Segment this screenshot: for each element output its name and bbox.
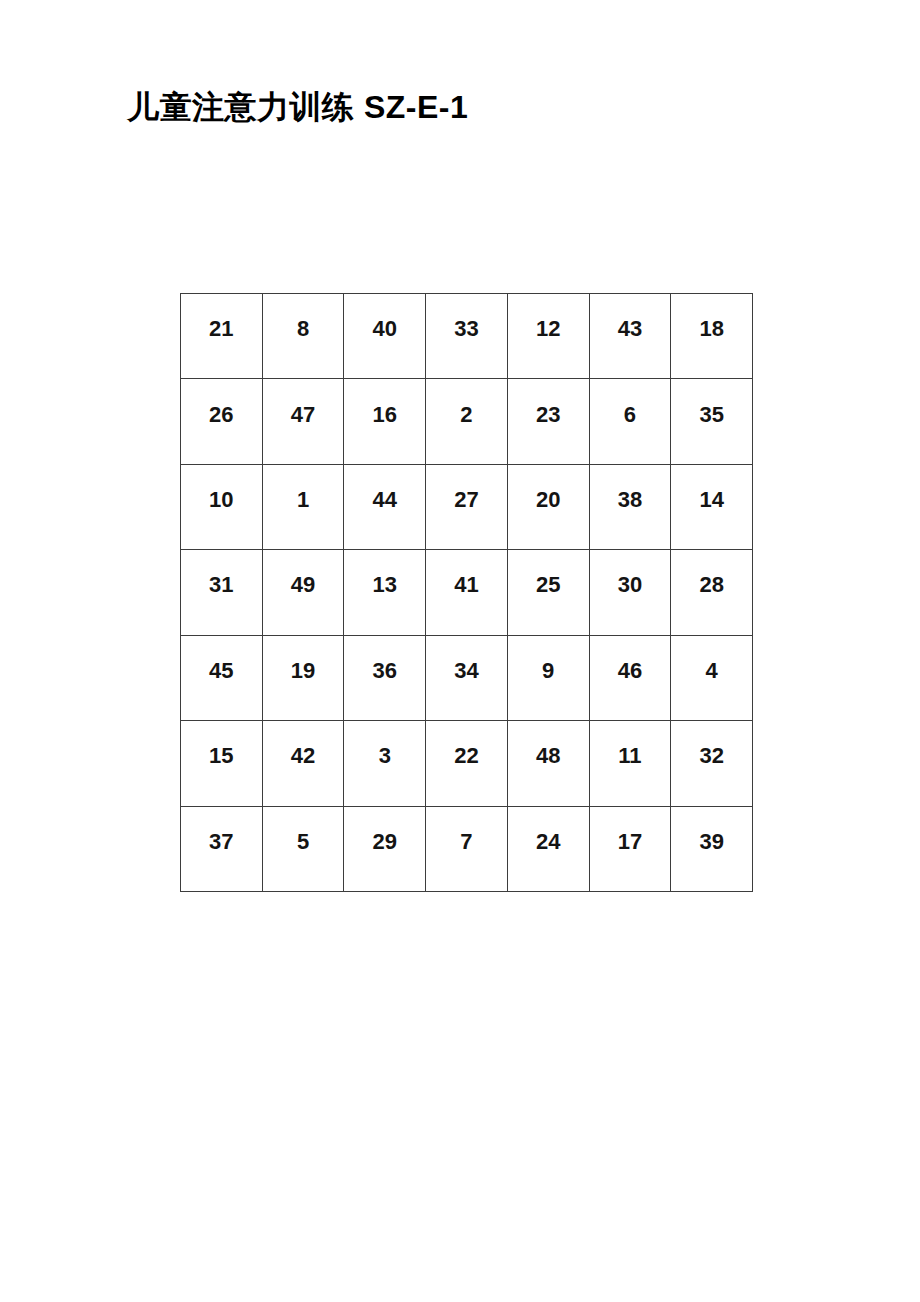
- grid-cell-r2c5: 23: [508, 379, 590, 464]
- grid-cell-r3c6: 38: [590, 465, 672, 550]
- grid-cell-r4c1: 31: [181, 550, 263, 635]
- grid-cell-r3c5: 20: [508, 465, 590, 550]
- grid-cell-r1c5: 12: [508, 294, 590, 379]
- grid-cell-r7c2: 5: [263, 807, 345, 892]
- grid-cell-r6c2: 42: [263, 721, 345, 806]
- grid-cell-r2c2: 47: [263, 379, 345, 464]
- grid-cell-r5c4: 34: [426, 636, 508, 721]
- grid-cell-r1c2: 8: [263, 294, 345, 379]
- grid-cell-r7c5: 24: [508, 807, 590, 892]
- grid-cell-r7c6: 17: [590, 807, 672, 892]
- grid-cell-r5c6: 46: [590, 636, 672, 721]
- grid-cell-r4c6: 30: [590, 550, 672, 635]
- grid-cell-r4c2: 49: [263, 550, 345, 635]
- grid-cell-r2c6: 6: [590, 379, 672, 464]
- grid-cell-r6c6: 11: [590, 721, 672, 806]
- grid-cell-r6c1: 15: [181, 721, 263, 806]
- grid-cell-r7c3: 29: [344, 807, 426, 892]
- grid-cell-r5c1: 45: [181, 636, 263, 721]
- grid-cell-r3c3: 44: [344, 465, 426, 550]
- schulte-grid: 2184033124318264716223635101442720381431…: [180, 293, 753, 892]
- grid-cell-r6c3: 3: [344, 721, 426, 806]
- grid-cell-r7c4: 7: [426, 807, 508, 892]
- grid-cell-r7c1: 37: [181, 807, 263, 892]
- grid-cell-r3c7: 14: [671, 465, 753, 550]
- grid-cell-r2c4: 2: [426, 379, 508, 464]
- grid-cell-r5c7: 4: [671, 636, 753, 721]
- grid-cell-r1c4: 33: [426, 294, 508, 379]
- grid-cell-r1c7: 18: [671, 294, 753, 379]
- grid-cell-r6c5: 48: [508, 721, 590, 806]
- grid-cell-r5c5: 9: [508, 636, 590, 721]
- grid-cell-r3c1: 10: [181, 465, 263, 550]
- grid-cell-r4c7: 28: [671, 550, 753, 635]
- grid-cell-r1c6: 43: [590, 294, 672, 379]
- grid-cell-r4c5: 25: [508, 550, 590, 635]
- grid-cell-r2c7: 35: [671, 379, 753, 464]
- grid-cell-r3c2: 1: [263, 465, 345, 550]
- grid-cell-r2c1: 26: [181, 379, 263, 464]
- grid-cell-r1c1: 21: [181, 294, 263, 379]
- grid-cell-r2c3: 16: [344, 379, 426, 464]
- grid-cell-r5c2: 19: [263, 636, 345, 721]
- grid-cell-r5c3: 36: [344, 636, 426, 721]
- grid-cell-r4c4: 41: [426, 550, 508, 635]
- grid-cell-r4c3: 13: [344, 550, 426, 635]
- grid-cell-r1c3: 40: [344, 294, 426, 379]
- page-title: 儿童注意力训练 SZ-E-1: [127, 86, 468, 130]
- grid-cell-r6c4: 22: [426, 721, 508, 806]
- grid-cell-r7c7: 39: [671, 807, 753, 892]
- grid-cell-r3c4: 27: [426, 465, 508, 550]
- grid-cell-r6c7: 32: [671, 721, 753, 806]
